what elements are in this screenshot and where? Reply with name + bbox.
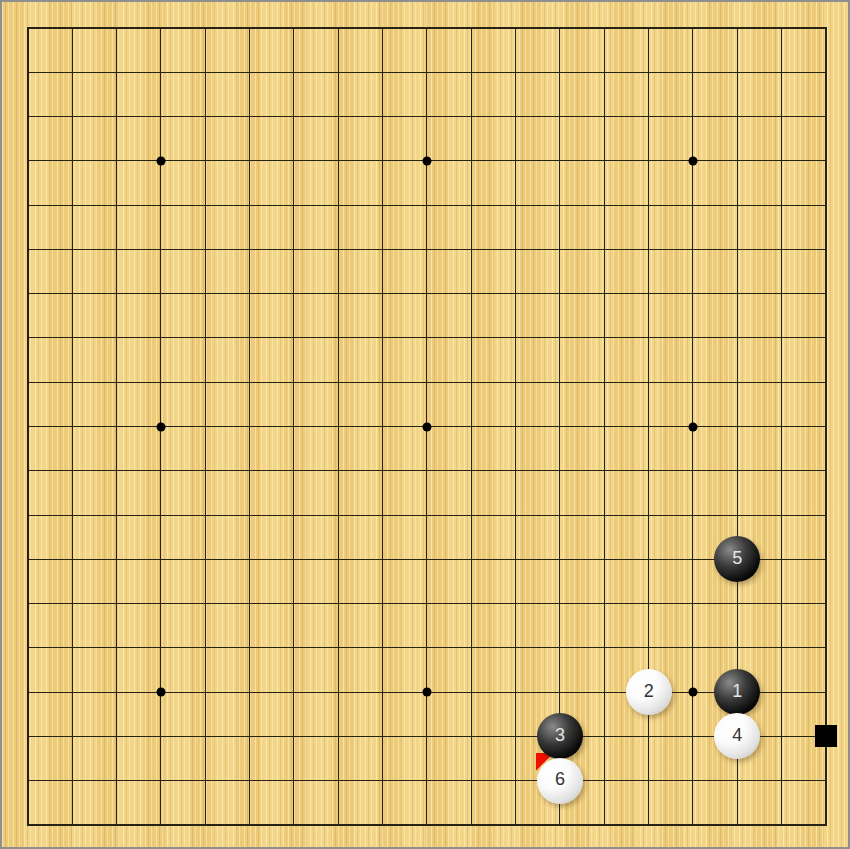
stone-move-number: 1 (732, 681, 742, 702)
stone-move-number: 4 (732, 725, 742, 746)
stone-white-P4[interactable]: 2 (626, 669, 672, 715)
stone-black-R7[interactable]: 5 (714, 536, 760, 582)
stone-white-R3[interactable]: 4 (714, 713, 760, 759)
stone-move-number: 2 (644, 681, 654, 702)
stone-black-N3[interactable]: 3 (537, 713, 583, 759)
go-board-diagram: 123456 (0, 0, 850, 849)
stone-move-number: 6 (555, 769, 565, 790)
square-mark (815, 725, 837, 747)
stone-white-N2[interactable]: 6 (537, 758, 583, 804)
stones-layer[interactable]: 123456 (2, 2, 848, 847)
stone-move-number: 3 (555, 725, 565, 746)
stone-move-number: 5 (732, 548, 742, 569)
stone-black-R4[interactable]: 1 (714, 669, 760, 715)
